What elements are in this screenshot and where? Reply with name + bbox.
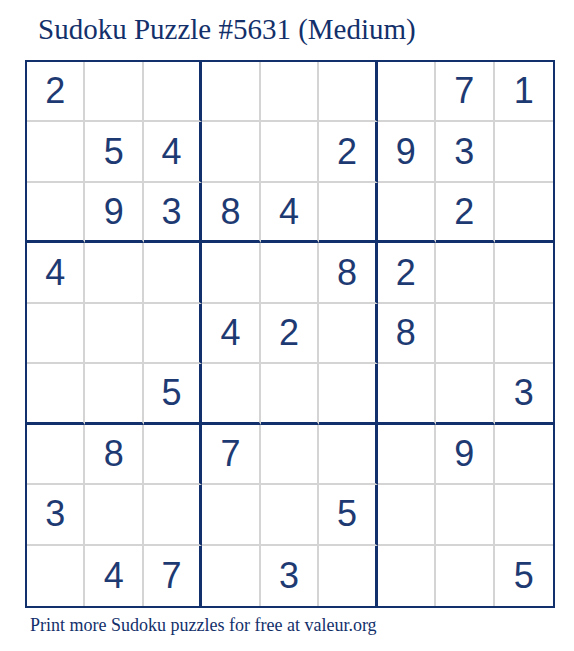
sudoku-cell-r8c1[interactable]: 3	[27, 485, 85, 545]
sudoku-cell-r4c3[interactable]	[144, 243, 202, 303]
sudoku-cell-r4c6[interactable]: 8	[319, 243, 377, 303]
sudoku-cell-r9c6[interactable]	[319, 546, 377, 606]
sudoku-cell-r2c9[interactable]	[495, 122, 553, 182]
sudoku-cell-r1c1[interactable]: 2	[27, 62, 85, 122]
sudoku-cell-r3c5[interactable]: 4	[261, 183, 319, 243]
sudoku-cell-r5c6[interactable]	[319, 304, 377, 364]
sudoku-cell-r1c7[interactable]	[378, 62, 436, 122]
sudoku-cell-r1c4[interactable]	[202, 62, 260, 122]
sudoku-cell-r4c5[interactable]	[261, 243, 319, 303]
sudoku-cell-r6c9[interactable]: 3	[495, 364, 553, 424]
sudoku-cell-r7c4[interactable]: 7	[202, 425, 260, 485]
sudoku-cell-r1c5[interactable]	[261, 62, 319, 122]
sudoku-cell-r7c8[interactable]: 9	[436, 425, 494, 485]
sudoku-cell-r6c7[interactable]	[378, 364, 436, 424]
sudoku-cell-r7c9[interactable]	[495, 425, 553, 485]
sudoku-cell-r4c1[interactable]: 4	[27, 243, 85, 303]
sudoku-cell-r9c5[interactable]: 3	[261, 546, 319, 606]
sudoku-cell-r4c4[interactable]	[202, 243, 260, 303]
sudoku-page: Sudoku Puzzle #5631 (Medium) 27154293938…	[0, 0, 574, 651]
sudoku-cell-r2c2[interactable]: 5	[85, 122, 143, 182]
sudoku-cell-r5c1[interactable]	[27, 304, 85, 364]
sudoku-cell-r6c6[interactable]	[319, 364, 377, 424]
sudoku-cell-r3c3[interactable]: 3	[144, 183, 202, 243]
sudoku-cell-r6c2[interactable]	[85, 364, 143, 424]
sudoku-cell-r2c1[interactable]	[27, 122, 85, 182]
sudoku-cell-r7c5[interactable]	[261, 425, 319, 485]
sudoku-cell-r8c7[interactable]	[378, 485, 436, 545]
sudoku-cell-r4c9[interactable]	[495, 243, 553, 303]
sudoku-cell-r3c8[interactable]: 2	[436, 183, 494, 243]
sudoku-cell-r5c3[interactable]	[144, 304, 202, 364]
sudoku-cell-r9c1[interactable]	[27, 546, 85, 606]
sudoku-cell-r1c2[interactable]	[85, 62, 143, 122]
sudoku-cell-r5c4[interactable]: 4	[202, 304, 260, 364]
sudoku-cell-r7c1[interactable]	[27, 425, 85, 485]
sudoku-cell-r8c3[interactable]	[144, 485, 202, 545]
sudoku-cell-r8c2[interactable]	[85, 485, 143, 545]
sudoku-cell-r8c5[interactable]	[261, 485, 319, 545]
sudoku-cell-r3c1[interactable]	[27, 183, 85, 243]
sudoku-cell-r9c3[interactable]: 7	[144, 546, 202, 606]
sudoku-cell-r6c1[interactable]	[27, 364, 85, 424]
sudoku-cell-r8c9[interactable]	[495, 485, 553, 545]
sudoku-cell-r4c2[interactable]	[85, 243, 143, 303]
sudoku-cell-r8c4[interactable]	[202, 485, 260, 545]
sudoku-cell-r9c4[interactable]	[202, 546, 260, 606]
sudoku-cell-r8c8[interactable]	[436, 485, 494, 545]
sudoku-grid: 271542939384248242853879354735	[25, 60, 555, 608]
sudoku-cell-r8c6[interactable]: 5	[319, 485, 377, 545]
sudoku-cell-r2c3[interactable]: 4	[144, 122, 202, 182]
page-title: Sudoku Puzzle #5631 (Medium)	[0, 0, 574, 46]
footer-text: Print more Sudoku puzzles for free at va…	[30, 615, 377, 636]
sudoku-cell-r2c8[interactable]: 3	[436, 122, 494, 182]
sudoku-cell-r3c9[interactable]	[495, 183, 553, 243]
sudoku-cell-r6c3[interactable]: 5	[144, 364, 202, 424]
sudoku-cell-r9c7[interactable]	[378, 546, 436, 606]
sudoku-cell-r5c5[interactable]: 2	[261, 304, 319, 364]
sudoku-cell-r1c8[interactable]: 7	[436, 62, 494, 122]
sudoku-cell-r5c8[interactable]	[436, 304, 494, 364]
sudoku-cell-r2c4[interactable]	[202, 122, 260, 182]
sudoku-cell-r6c8[interactable]	[436, 364, 494, 424]
sudoku-cell-r5c2[interactable]	[85, 304, 143, 364]
sudoku-cell-r5c9[interactable]	[495, 304, 553, 364]
sudoku-cell-r7c2[interactable]: 8	[85, 425, 143, 485]
sudoku-cell-r9c9[interactable]: 5	[495, 546, 553, 606]
sudoku-cell-r2c6[interactable]: 2	[319, 122, 377, 182]
sudoku-cell-r3c2[interactable]: 9	[85, 183, 143, 243]
sudoku-cell-r4c7[interactable]: 2	[378, 243, 436, 303]
sudoku-cell-r1c9[interactable]: 1	[495, 62, 553, 122]
sudoku-cell-r3c7[interactable]	[378, 183, 436, 243]
sudoku-cell-r7c3[interactable]	[144, 425, 202, 485]
sudoku-cell-r1c3[interactable]	[144, 62, 202, 122]
sudoku-cell-r2c7[interactable]: 9	[378, 122, 436, 182]
sudoku-cell-r2c5[interactable]	[261, 122, 319, 182]
sudoku-cell-r4c8[interactable]	[436, 243, 494, 303]
sudoku-cell-r6c5[interactable]	[261, 364, 319, 424]
sudoku-cell-r5c7[interactable]: 8	[378, 304, 436, 364]
sudoku-cell-r1c6[interactable]	[319, 62, 377, 122]
sudoku-cell-r7c7[interactable]	[378, 425, 436, 485]
sudoku-cell-r3c4[interactable]: 8	[202, 183, 260, 243]
sudoku-cell-r9c2[interactable]: 4	[85, 546, 143, 606]
sudoku-cell-r7c6[interactable]	[319, 425, 377, 485]
sudoku-cell-r6c4[interactable]	[202, 364, 260, 424]
sudoku-cell-r9c8[interactable]	[436, 546, 494, 606]
sudoku-cell-r3c6[interactable]	[319, 183, 377, 243]
